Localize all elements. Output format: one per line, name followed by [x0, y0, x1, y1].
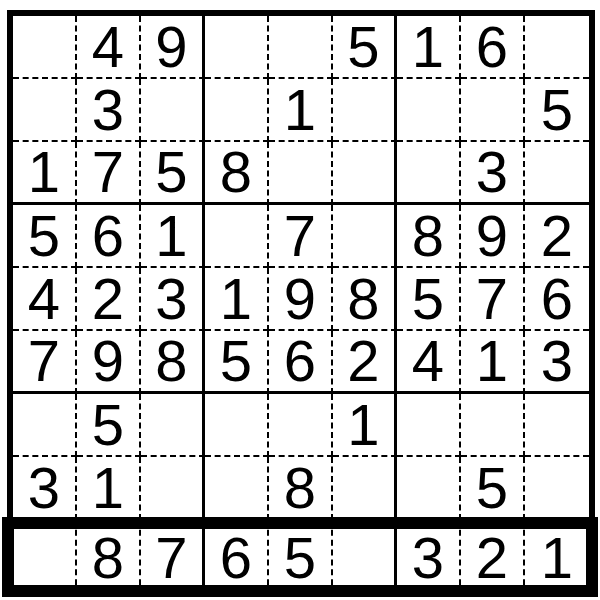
cell-r2c9[interactable]: 5: [525, 79, 589, 142]
cell-r8c3[interactable]: [141, 457, 205, 520]
cell-digit: 5: [155, 143, 187, 201]
cell-digit: 2: [92, 270, 124, 328]
cell-digit: 8: [412, 207, 444, 265]
cell-digit: 5: [28, 207, 60, 265]
cell-r3c5[interactable]: [269, 142, 333, 205]
cell-r4c1[interactable]: 5: [13, 205, 77, 268]
cell-r1c7[interactable]: 1: [397, 16, 461, 79]
cell-r6c1[interactable]: 7: [13, 331, 77, 394]
cell-r5c9[interactable]: 6: [525, 268, 589, 331]
cell-r3c8[interactable]: 3: [461, 142, 525, 205]
cell-r3c4[interactable]: 8: [205, 142, 269, 205]
cell-r9c9[interactable]: 1: [525, 520, 589, 595]
cell-digit: 3: [476, 143, 508, 201]
cell-digit: 2: [541, 207, 573, 265]
cell-r1c9[interactable]: [525, 16, 589, 79]
cell-r6c7[interactable]: 4: [397, 331, 461, 394]
cell-r2c7[interactable]: [397, 79, 461, 142]
cell-digit: 5: [347, 18, 379, 76]
cell-r8c4[interactable]: [205, 457, 269, 520]
cell-digit: 5: [541, 81, 573, 139]
sudoku-page: { "game": "sudoku", "grid_size": 9, "pos…: [0, 0, 600, 600]
cell-r3c2[interactable]: 7: [77, 142, 141, 205]
cell-digit: 1: [220, 270, 252, 328]
cell-r2c8[interactable]: [461, 79, 525, 142]
cell-digit: 8: [284, 459, 316, 517]
cell-r7c2[interactable]: 5: [77, 394, 141, 457]
cell-digit: 2: [476, 529, 508, 587]
cell-r8c7[interactable]: [397, 457, 461, 520]
cell-digit: 5: [476, 459, 508, 517]
cell-digit: 4: [28, 270, 60, 328]
cell-r5c3[interactable]: 3: [141, 268, 205, 331]
cell-r7c1[interactable]: [13, 394, 77, 457]
cell-digit: 5: [92, 396, 124, 454]
cell-r7c8[interactable]: [461, 394, 525, 457]
cell-r5c5[interactable]: 9: [269, 268, 333, 331]
cell-r4c6[interactable]: [333, 205, 397, 268]
cell-r7c7[interactable]: [397, 394, 461, 457]
cell-r8c8[interactable]: 5: [461, 457, 525, 520]
cell-digit: 9: [284, 270, 316, 328]
cell-digit: 5: [412, 270, 444, 328]
cell-digit: 7: [28, 332, 60, 390]
cell-r7c9[interactable]: [525, 394, 589, 457]
cell-digit: 9: [92, 332, 124, 390]
cell-digit: 9: [476, 207, 508, 265]
cell-digit: 8: [155, 332, 187, 390]
cell-digit: 1: [284, 81, 316, 139]
cell-r9c1[interactable]: [13, 520, 77, 595]
cell-digit: 6: [284, 332, 316, 390]
cell-r8c5[interactable]: 8: [269, 457, 333, 520]
cell-r6c4[interactable]: 5: [205, 331, 269, 394]
cell-r5c1[interactable]: 4: [13, 268, 77, 331]
cell-r5c8[interactable]: 7: [461, 268, 525, 331]
cell-digit: 8: [220, 143, 252, 201]
cell-r1c5[interactable]: [269, 16, 333, 79]
cell-digit: 3: [155, 270, 187, 328]
cell-r4c9[interactable]: 2: [525, 205, 589, 268]
cell-digit: 7: [476, 270, 508, 328]
cell-r9c8[interactable]: 2: [461, 520, 525, 595]
cell-digit: 4: [92, 18, 124, 76]
cell-r1c8[interactable]: 6: [461, 16, 525, 79]
cell-digit: 1: [155, 207, 187, 265]
cell-digit: 5: [220, 332, 252, 390]
cell-r3c9[interactable]: [525, 142, 589, 205]
cell-digit: 1: [541, 529, 573, 587]
cell-r4c7[interactable]: 8: [397, 205, 461, 268]
cell-r9c7[interactable]: 3: [397, 520, 461, 595]
sudoku-board: 4951631517583561789242319857679856241351…: [7, 10, 595, 595]
cell-digit: 8: [347, 270, 379, 328]
cell-digit: 7: [92, 143, 124, 201]
cell-digit: 6: [220, 529, 252, 587]
cell-digit: 3: [412, 529, 444, 587]
cell-r7c6[interactable]: 1: [333, 394, 397, 457]
cell-digit: 6: [541, 270, 573, 328]
cell-digit: 1: [476, 332, 508, 390]
cell-r6c2[interactable]: 9: [77, 331, 141, 394]
cell-r9c2[interactable]: 8: [77, 520, 141, 595]
cell-r1c1[interactable]: [13, 16, 77, 79]
cell-digit: 1: [347, 396, 379, 454]
cell-r6c3[interactable]: 8: [141, 331, 205, 394]
cell-r2c1[interactable]: [13, 79, 77, 142]
cell-r2c4[interactable]: [205, 79, 269, 142]
cell-r3c1[interactable]: 1: [13, 142, 77, 205]
cell-r7c4[interactable]: [205, 394, 269, 457]
cell-r4c4[interactable]: [205, 205, 269, 268]
cell-r8c6[interactable]: [333, 457, 397, 520]
cell-r5c4[interactable]: 1: [205, 268, 269, 331]
cell-r2c3[interactable]: [141, 79, 205, 142]
cell-r7c5[interactable]: [269, 394, 333, 457]
cell-digit: 7: [155, 529, 187, 587]
cell-r5c6[interactable]: 8: [333, 268, 397, 331]
cell-digit: 3: [92, 81, 124, 139]
cell-digit: 5: [284, 529, 316, 587]
cell-r3c3[interactable]: 5: [141, 142, 205, 205]
cell-digit: 3: [541, 332, 573, 390]
cell-r4c8[interactable]: 9: [461, 205, 525, 268]
cell-digit: 6: [476, 18, 508, 76]
cell-r9c4[interactable]: 6: [205, 520, 269, 595]
cell-r2c2[interactable]: 3: [77, 79, 141, 142]
cell-r1c6[interactable]: 5: [333, 16, 397, 79]
cell-digit: 1: [28, 143, 60, 201]
cell-r7c3[interactable]: [141, 394, 205, 457]
cell-digit: 9: [155, 18, 187, 76]
cell-digit: 1: [412, 18, 444, 76]
cell-r5c2[interactable]: 2: [77, 268, 141, 331]
cell-r9c6[interactable]: [333, 520, 397, 595]
cell-r2c5[interactable]: 1: [269, 79, 333, 142]
cell-digit: 6: [92, 207, 124, 265]
cell-digit: 2: [347, 332, 379, 390]
cell-r2c6[interactable]: [333, 79, 397, 142]
cell-r6c9[interactable]: 3: [525, 331, 589, 394]
cell-r8c9[interactable]: [525, 457, 589, 520]
cell-digit: 7: [284, 207, 316, 265]
cell-digit: 4: [412, 332, 444, 390]
cell-r9c5[interactable]: 5: [269, 520, 333, 595]
cell-r6c8[interactable]: 1: [461, 331, 525, 394]
cell-digit: 8: [92, 529, 124, 587]
cell-r3c7[interactable]: [397, 142, 461, 205]
cell-r1c4[interactable]: [205, 16, 269, 79]
cell-r4c2[interactable]: 6: [77, 205, 141, 268]
cell-r4c3[interactable]: 1: [141, 205, 205, 268]
cell-r4c5[interactable]: 7: [269, 205, 333, 268]
cell-digit: 1: [92, 459, 124, 517]
cell-r9c3[interactable]: 7: [141, 520, 205, 595]
cell-r6c5[interactable]: 6: [269, 331, 333, 394]
cell-r1c2[interactable]: 4: [77, 16, 141, 79]
cell-r3c6[interactable]: [333, 142, 397, 205]
cell-digit: 3: [28, 459, 60, 517]
cell-r6c6[interactable]: 2: [333, 331, 397, 394]
cell-r1c3[interactable]: 9: [141, 16, 205, 79]
cell-r5c7[interactable]: 5: [397, 268, 461, 331]
cell-r8c2[interactable]: 1: [77, 457, 141, 520]
cell-r8c1[interactable]: 3: [13, 457, 77, 520]
